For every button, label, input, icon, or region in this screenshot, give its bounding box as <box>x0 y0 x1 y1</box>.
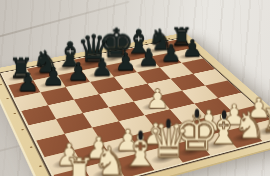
black-pawn: ♟ <box>67 59 89 84</box>
black-pawn: ♟ <box>16 69 39 94</box>
black-pawn: ♟ <box>160 41 181 64</box>
photo-scene: ♜♞♝♛♚♝♞♜♟♟♟♟♟♟♟♟♟♟♟♟♟♟♟♟♜♞♝♛♚♝♞♜ <box>0 0 270 176</box>
white-pawn: ♟ <box>145 85 169 112</box>
chess-board-grid: ♜♞♝♛♚♝♞♜♟♟♟♟♟♟♟♟♟♟♟♟♟♟♟♟♜♞♝♛♚♝♞♜ <box>3 39 270 176</box>
black-pawn: ♟ <box>182 37 203 60</box>
chess-board: ♜♞♝♛♚♝♞♜♟♟♟♟♟♟♟♟♟♟♟♟♟♟♟♟♜♞♝♛♚♝♞♜ <box>0 32 270 176</box>
black-pawn: ♟ <box>42 64 65 89</box>
black-pawn: ♟ <box>91 55 113 79</box>
white-knight: ♞ <box>92 141 128 176</box>
black-pawn: ♟ <box>114 50 136 74</box>
black-pawn: ♟ <box>137 46 158 70</box>
white-rook: ♜ <box>63 154 95 176</box>
